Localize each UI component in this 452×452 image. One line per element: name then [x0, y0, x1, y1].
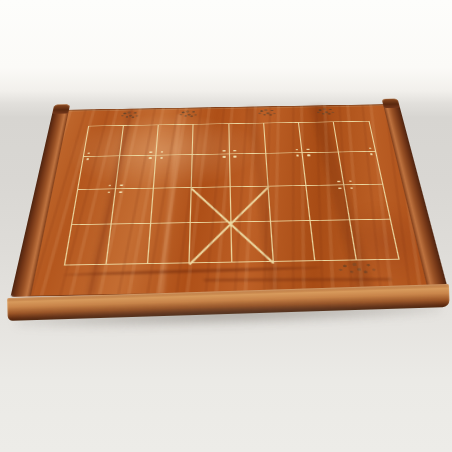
palace-diagonal	[191, 188, 274, 263]
board-cell	[151, 187, 192, 223]
star-point-dot	[234, 156, 237, 158]
board-cell	[266, 153, 306, 186]
star-point-dot	[234, 150, 237, 152]
star-point-dot	[108, 185, 111, 187]
star-point-dot	[160, 151, 163, 153]
board-cell	[350, 220, 398, 260]
wood-grain-streak	[63, 266, 322, 276]
board-cell	[299, 122, 339, 153]
board-cell	[231, 222, 273, 262]
star-point-dot	[87, 152, 90, 154]
board-cell	[72, 189, 116, 226]
board-cell	[339, 152, 382, 185]
star-point-dot	[368, 147, 371, 149]
board-cell	[268, 185, 310, 221]
board-cell	[84, 126, 124, 157]
star-point-dot	[350, 187, 353, 189]
wood-highlight	[48, 109, 272, 196]
board-cell	[229, 123, 266, 154]
board-cell	[78, 156, 120, 189]
board-face	[14, 104, 444, 297]
wood-grain-streak	[204, 278, 391, 281]
board-cell	[310, 220, 356, 260]
star-point-dot	[223, 150, 226, 152]
board-cell	[334, 122, 375, 153]
board-cell	[271, 221, 315, 261]
star-point-dot	[108, 191, 111, 193]
star-point-dot	[86, 158, 89, 160]
star-point-dot	[120, 184, 123, 186]
board-cell	[148, 223, 191, 263]
photo-background	[0, 0, 452, 452]
board-cell	[302, 152, 344, 185]
board-cell	[230, 186, 270, 222]
board-cell	[112, 188, 154, 224]
wood-grain-streak	[86, 109, 134, 296]
wood-grain-streak	[247, 106, 280, 292]
faded-inscription-mark	[180, 110, 197, 118]
board-cell	[120, 125, 159, 156]
star-point-dot	[338, 187, 341, 189]
board-cell	[190, 223, 232, 263]
star-point-dot	[295, 149, 298, 151]
board-cell	[191, 187, 231, 223]
star-point-dot	[160, 157, 163, 159]
star-point-dot	[149, 157, 152, 159]
star-point-dot	[296, 155, 299, 157]
board-cell	[264, 123, 303, 154]
grid-overlay	[64, 121, 400, 266]
board-cell	[306, 185, 350, 221]
board-cell	[229, 153, 268, 186]
board-cell	[157, 125, 194, 156]
board-cell	[154, 155, 193, 188]
far-edge-inscriptions	[56, 104, 396, 110]
star-point-dot	[149, 151, 152, 153]
wood-grain-streak	[158, 114, 181, 294]
star-point-dot	[349, 180, 352, 182]
faded-inscription-mark	[316, 108, 334, 116]
star-point-dot	[306, 148, 309, 150]
xiangqi-grid	[64, 121, 400, 266]
star-point-dot	[119, 191, 122, 193]
palace-diagonal	[189, 186, 269, 264]
board-cell	[193, 124, 229, 155]
wood-grain-streak	[310, 105, 374, 291]
maker-stamp	[336, 262, 377, 275]
star-point-dot	[223, 156, 226, 158]
faded-inscription-mark	[121, 111, 139, 119]
board-cell	[116, 155, 156, 188]
board-cell	[192, 154, 230, 187]
star-point-dot	[337, 181, 340, 183]
board-cell	[65, 225, 112, 265]
star-point-dot	[370, 153, 373, 155]
faded-inscription-mark	[258, 109, 276, 117]
star-point-dot	[307, 154, 310, 156]
board-cell	[107, 224, 152, 264]
xiangqi-board-box	[14, 104, 444, 297]
board-cell	[344, 184, 390, 220]
